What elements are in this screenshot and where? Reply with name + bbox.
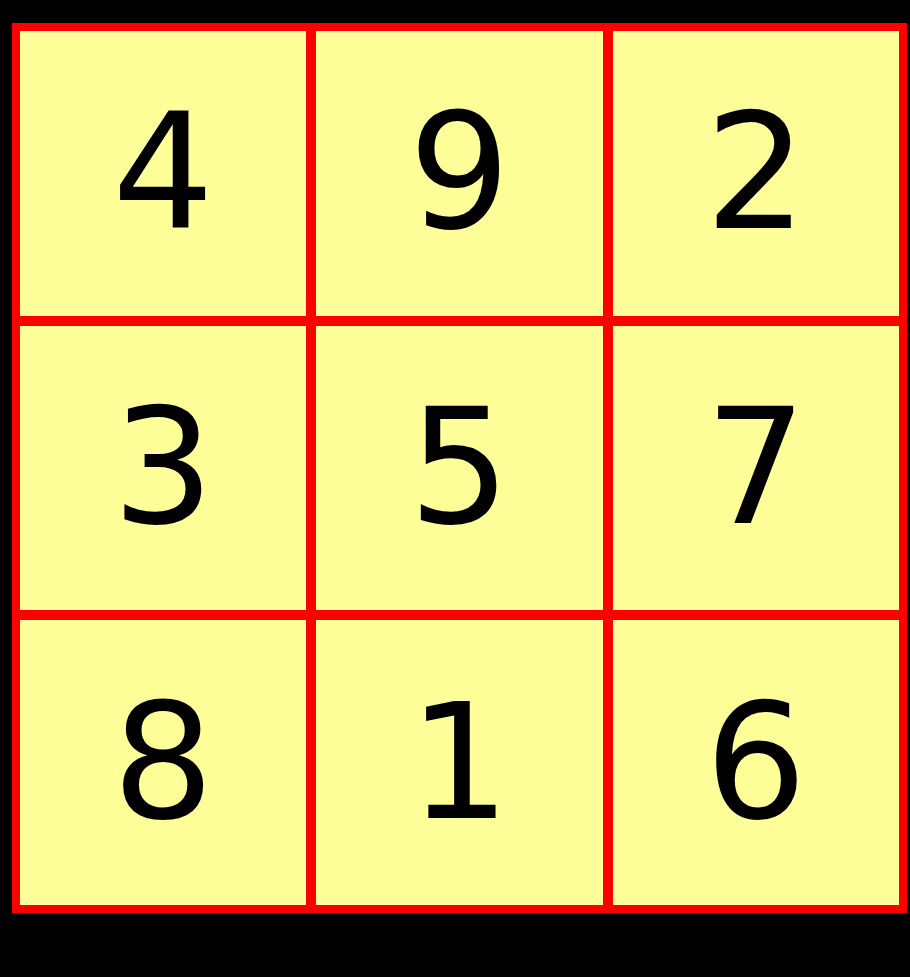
magic-square-board: 4 9 2 3 5 7 8 1 6 [12, 23, 907, 913]
cell-r2c2: 5 [316, 326, 602, 611]
cell-r2c3: 7 [613, 326, 899, 611]
cell-r3c2: 1 [316, 620, 602, 905]
cell-r1c2: 9 [316, 31, 602, 316]
image-background: 4 9 2 3 5 7 8 1 6 [0, 0, 910, 977]
cell-r1c1: 4 [20, 31, 306, 316]
cell-r2c1: 3 [20, 326, 306, 611]
cell-r1c3: 2 [613, 31, 899, 316]
cell-r3c1: 8 [20, 620, 306, 905]
cell-r3c3: 6 [613, 620, 899, 905]
